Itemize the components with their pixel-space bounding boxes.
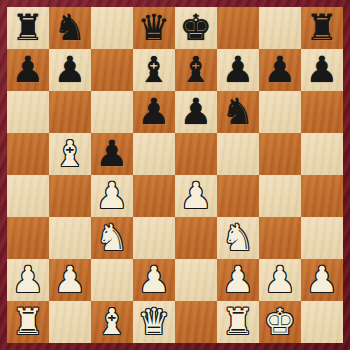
square-f4[interactable] bbox=[217, 175, 259, 217]
square-f5[interactable] bbox=[217, 133, 259, 175]
square-f1[interactable]: ♜ bbox=[217, 301, 259, 343]
square-b4[interactable] bbox=[49, 175, 91, 217]
square-c8[interactable] bbox=[91, 7, 133, 49]
square-h5[interactable] bbox=[301, 133, 343, 175]
black-pawn[interactable]: ♟ bbox=[306, 49, 338, 91]
square-a8[interactable]: ♜ bbox=[7, 7, 49, 49]
white-knight[interactable]: ♞ bbox=[96, 217, 128, 259]
square-a4[interactable] bbox=[7, 175, 49, 217]
square-c6[interactable] bbox=[91, 91, 133, 133]
white-pawn[interactable]: ♟ bbox=[264, 259, 296, 301]
square-h6[interactable] bbox=[301, 91, 343, 133]
white-pawn[interactable]: ♟ bbox=[222, 259, 254, 301]
square-e8[interactable]: ♚ bbox=[175, 7, 217, 49]
square-b8[interactable]: ♞ bbox=[49, 7, 91, 49]
black-pawn[interactable]: ♟ bbox=[96, 133, 128, 175]
square-b6[interactable] bbox=[49, 91, 91, 133]
square-f8[interactable] bbox=[217, 7, 259, 49]
square-b7[interactable]: ♟ bbox=[49, 49, 91, 91]
white-queen[interactable]: ♛ bbox=[138, 301, 170, 343]
square-h1[interactable] bbox=[301, 301, 343, 343]
square-e7[interactable]: ♝ bbox=[175, 49, 217, 91]
square-h3[interactable] bbox=[301, 217, 343, 259]
square-c7[interactable] bbox=[91, 49, 133, 91]
square-g4[interactable] bbox=[259, 175, 301, 217]
black-pawn[interactable]: ♟ bbox=[138, 91, 170, 133]
black-knight[interactable]: ♞ bbox=[54, 7, 86, 49]
square-d2[interactable]: ♟ bbox=[133, 259, 175, 301]
black-pawn[interactable]: ♟ bbox=[222, 49, 254, 91]
black-rook[interactable]: ♜ bbox=[12, 7, 44, 49]
white-pawn[interactable]: ♟ bbox=[306, 259, 338, 301]
square-f7[interactable]: ♟ bbox=[217, 49, 259, 91]
black-bishop[interactable]: ♝ bbox=[180, 49, 212, 91]
white-rook[interactable]: ♜ bbox=[12, 301, 44, 343]
square-d3[interactable] bbox=[133, 217, 175, 259]
square-e1[interactable] bbox=[175, 301, 217, 343]
square-g6[interactable] bbox=[259, 91, 301, 133]
square-d5[interactable] bbox=[133, 133, 175, 175]
square-c2[interactable] bbox=[91, 259, 133, 301]
black-pawn[interactable]: ♟ bbox=[54, 49, 86, 91]
board-frame: ♜♞♛♚♜♟♟♝♝♟♟♟♟♟♞♝♟♟♟♞♞♟♟♟♟♟♟♜♝♛♜♚ bbox=[0, 0, 350, 350]
chess-board: ♜♞♛♚♜♟♟♝♝♟♟♟♟♟♞♝♟♟♟♞♞♟♟♟♟♟♟♜♝♛♜♚ bbox=[7, 7, 343, 343]
square-b2[interactable]: ♟ bbox=[49, 259, 91, 301]
square-f6[interactable]: ♞ bbox=[217, 91, 259, 133]
black-pawn[interactable]: ♟ bbox=[264, 49, 296, 91]
white-pawn[interactable]: ♟ bbox=[12, 259, 44, 301]
square-d6[interactable]: ♟ bbox=[133, 91, 175, 133]
square-b1[interactable] bbox=[49, 301, 91, 343]
white-pawn[interactable]: ♟ bbox=[96, 175, 128, 217]
square-f3[interactable]: ♞ bbox=[217, 217, 259, 259]
square-e5[interactable] bbox=[175, 133, 217, 175]
square-c5[interactable]: ♟ bbox=[91, 133, 133, 175]
black-knight[interactable]: ♞ bbox=[222, 91, 254, 133]
square-d1[interactable]: ♛ bbox=[133, 301, 175, 343]
black-rook[interactable]: ♜ bbox=[306, 7, 338, 49]
black-pawn[interactable]: ♟ bbox=[12, 49, 44, 91]
square-a5[interactable] bbox=[7, 133, 49, 175]
square-a3[interactable] bbox=[7, 217, 49, 259]
square-c1[interactable]: ♝ bbox=[91, 301, 133, 343]
square-f2[interactable]: ♟ bbox=[217, 259, 259, 301]
square-d4[interactable] bbox=[133, 175, 175, 217]
white-pawn[interactable]: ♟ bbox=[180, 175, 212, 217]
square-b3[interactable] bbox=[49, 217, 91, 259]
square-g8[interactable] bbox=[259, 7, 301, 49]
black-pawn[interactable]: ♟ bbox=[180, 91, 212, 133]
square-b5[interactable]: ♝ bbox=[49, 133, 91, 175]
square-g3[interactable] bbox=[259, 217, 301, 259]
square-c4[interactable]: ♟ bbox=[91, 175, 133, 217]
square-g5[interactable] bbox=[259, 133, 301, 175]
black-queen[interactable]: ♛ bbox=[138, 7, 170, 49]
black-king[interactable]: ♚ bbox=[180, 7, 212, 49]
square-a7[interactable]: ♟ bbox=[7, 49, 49, 91]
square-h2[interactable]: ♟ bbox=[301, 259, 343, 301]
white-knight[interactable]: ♞ bbox=[222, 217, 254, 259]
white-bishop[interactable]: ♝ bbox=[54, 133, 86, 175]
square-d8[interactable]: ♛ bbox=[133, 7, 175, 49]
square-e6[interactable]: ♟ bbox=[175, 91, 217, 133]
white-pawn[interactable]: ♟ bbox=[54, 259, 86, 301]
white-bishop[interactable]: ♝ bbox=[96, 301, 128, 343]
black-bishop[interactable]: ♝ bbox=[138, 49, 170, 91]
square-d7[interactable]: ♝ bbox=[133, 49, 175, 91]
square-a2[interactable]: ♟ bbox=[7, 259, 49, 301]
white-rook[interactable]: ♜ bbox=[222, 301, 254, 343]
square-e2[interactable] bbox=[175, 259, 217, 301]
square-h4[interactable] bbox=[301, 175, 343, 217]
square-e4[interactable]: ♟ bbox=[175, 175, 217, 217]
square-e3[interactable] bbox=[175, 217, 217, 259]
square-h7[interactable]: ♟ bbox=[301, 49, 343, 91]
square-a1[interactable]: ♜ bbox=[7, 301, 49, 343]
square-g7[interactable]: ♟ bbox=[259, 49, 301, 91]
white-pawn[interactable]: ♟ bbox=[138, 259, 170, 301]
white-king[interactable]: ♚ bbox=[264, 301, 296, 343]
square-a6[interactable] bbox=[7, 91, 49, 133]
square-c3[interactable]: ♞ bbox=[91, 217, 133, 259]
square-g1[interactable]: ♚ bbox=[259, 301, 301, 343]
square-g2[interactable]: ♟ bbox=[259, 259, 301, 301]
square-h8[interactable]: ♜ bbox=[301, 7, 343, 49]
